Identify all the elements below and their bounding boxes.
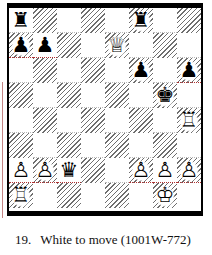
square-c4: [57, 108, 81, 133]
square-e5: [105, 83, 129, 108]
square-h6: ♟: [177, 58, 201, 83]
piece-black-pawn: ♟: [12, 33, 31, 58]
piece-black-king: ♚: [156, 83, 175, 108]
square-g5: ♚: [153, 83, 177, 108]
square-f4: [129, 108, 153, 133]
square-e8: [105, 8, 129, 33]
piece-white-pawn: ♙: [12, 158, 31, 183]
square-f7: [129, 33, 153, 58]
square-h5: [177, 83, 201, 108]
square-f8: ♜: [129, 8, 153, 33]
square-e3: [105, 133, 129, 158]
square-a5: [9, 83, 33, 108]
square-a4: [9, 108, 33, 133]
square-c1: [57, 183, 81, 208]
square-d7: [81, 33, 105, 58]
square-e4: [105, 108, 129, 133]
chess-board: ♜♜♟♟♕♟♟♚♖♙♙♛♙♙♙♖♔: [7, 3, 203, 216]
square-e1: [105, 183, 129, 208]
square-h7: [177, 33, 201, 58]
square-h8: [177, 8, 201, 33]
piece-white-queen: ♕: [108, 33, 127, 58]
square-c5: [57, 83, 81, 108]
square-b7: ♟: [33, 33, 57, 58]
square-g7: [153, 33, 177, 58]
square-h2: ♙: [177, 158, 201, 183]
piece-black-queen: ♛: [60, 158, 79, 183]
square-b8: [33, 8, 57, 33]
piece-white-king: ♔: [156, 183, 175, 208]
square-c3: [57, 133, 81, 158]
square-g6: [153, 58, 177, 83]
square-d3: [81, 133, 105, 158]
square-a1: ♖: [9, 183, 33, 208]
square-d5: [81, 83, 105, 108]
caption: 19.White to move (1001W-772): [0, 232, 212, 248]
piece-white-rook: ♖: [12, 183, 31, 208]
square-c6: [57, 58, 81, 83]
square-c7: [57, 33, 81, 58]
square-e2: [105, 158, 129, 183]
square-f1: [129, 183, 153, 208]
square-b1: [33, 183, 57, 208]
square-d4: [81, 108, 105, 133]
square-a2: ♙: [9, 158, 33, 183]
square-b5: [33, 83, 57, 108]
caption-text: White to move (1001W-772): [40, 232, 191, 247]
square-b4: [33, 108, 57, 133]
square-a3: [9, 133, 33, 158]
square-f2: ♙: [129, 158, 153, 183]
square-b6: [33, 58, 57, 83]
square-a7: ♟: [9, 33, 33, 58]
scan-artifact-line: [2, 82, 3, 218]
square-h4: ♖: [177, 108, 201, 133]
square-b3: [33, 133, 57, 158]
square-f3: [129, 133, 153, 158]
square-h3: [177, 133, 201, 158]
piece-black-pawn: ♟: [132, 58, 151, 83]
piece-white-pawn: ♙: [180, 158, 199, 183]
square-h1: [177, 183, 201, 208]
square-g4: [153, 108, 177, 133]
square-b2: ♙: [33, 158, 57, 183]
piece-black-rook: ♜: [12, 8, 31, 33]
square-g3: [153, 133, 177, 158]
square-a6: [9, 58, 33, 83]
piece-black-rook: ♜: [132, 8, 151, 33]
square-c8: [57, 8, 81, 33]
square-e7: ♕: [105, 33, 129, 58]
square-f6: ♟: [129, 58, 153, 83]
square-e6: [105, 58, 129, 83]
piece-white-pawn: ♙: [156, 158, 175, 183]
square-d2: [81, 158, 105, 183]
square-c2: ♛: [57, 158, 81, 183]
piece-white-rook: ♖: [180, 108, 199, 133]
square-g2: ♙: [153, 158, 177, 183]
square-d8: [81, 8, 105, 33]
piece-black-pawn: ♟: [180, 58, 199, 83]
square-g1: ♔: [153, 183, 177, 208]
piece-white-pawn: ♙: [132, 158, 151, 183]
puzzle-number: 19.: [15, 232, 31, 247]
square-a8: ♜: [9, 8, 33, 33]
piece-white-pawn: ♙: [36, 158, 55, 183]
square-d6: [81, 58, 105, 83]
square-d1: [81, 183, 105, 208]
square-f5: [129, 83, 153, 108]
board-grid: ♜♜♟♟♕♟♟♚♖♙♙♛♙♙♙♖♔: [9, 8, 201, 208]
piece-black-pawn: ♟: [36, 33, 55, 58]
square-g8: [153, 8, 177, 33]
